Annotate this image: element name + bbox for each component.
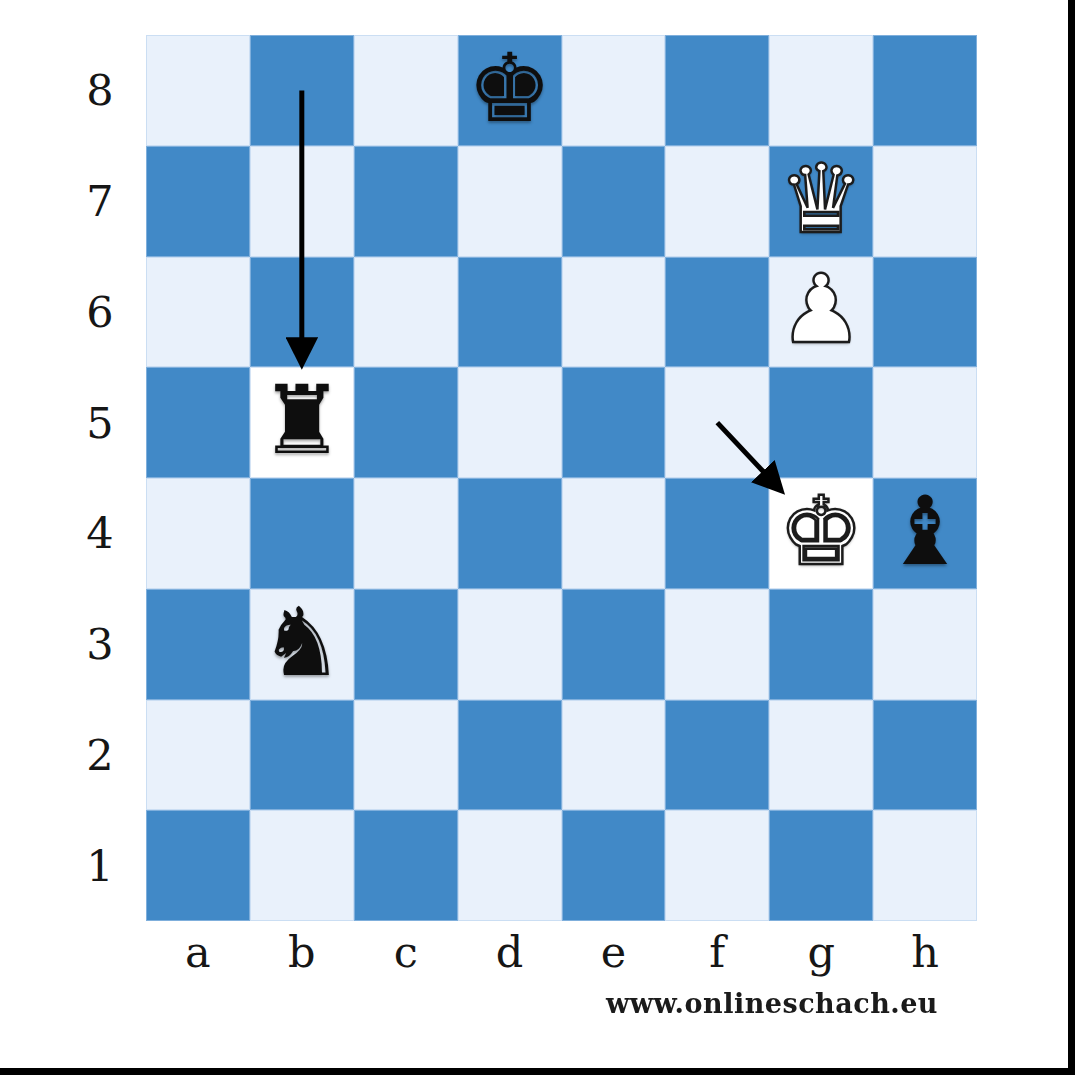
square-e4[interactable] [562, 478, 666, 589]
square-a1[interactable] [146, 810, 250, 921]
square-d1[interactable] [458, 810, 562, 921]
file-label-b: b [250, 923, 354, 981]
square-b4[interactable] [250, 478, 354, 589]
file-label-e: e [562, 923, 666, 981]
square-d7[interactable] [458, 146, 562, 257]
square-b2[interactable] [250, 700, 354, 811]
rank-label-2: 2 [70, 700, 130, 811]
chess-board: ♚♛♟♜♚♝♞ [146, 35, 977, 921]
square-g5[interactable] [769, 367, 873, 478]
square-f2[interactable] [665, 700, 769, 811]
square-f7[interactable] [665, 146, 769, 257]
square-c7[interactable] [354, 146, 458, 257]
square-g4[interactable]: ♚ [769, 478, 873, 589]
rank-label-1: 1 [70, 810, 130, 921]
square-f6[interactable] [665, 257, 769, 368]
square-g1[interactable] [769, 810, 873, 921]
square-f3[interactable] [665, 589, 769, 700]
square-a7[interactable] [146, 146, 250, 257]
file-label-a: a [146, 923, 250, 981]
square-d4[interactable] [458, 478, 562, 589]
square-e3[interactable] [562, 589, 666, 700]
file-label-d: d [458, 923, 562, 981]
square-a5[interactable] [146, 367, 250, 478]
square-f8[interactable] [665, 35, 769, 146]
square-a6[interactable] [146, 257, 250, 368]
black-king-d8[interactable]: ♚ [467, 41, 552, 136]
square-f5[interactable] [665, 367, 769, 478]
square-g7[interactable]: ♛ [769, 146, 873, 257]
rank-labels: 87654321 [70, 35, 130, 921]
square-d8[interactable]: ♚ [458, 35, 562, 146]
square-h1[interactable] [873, 810, 977, 921]
rank-label-5: 5 [70, 367, 130, 478]
square-g3[interactable] [769, 589, 873, 700]
square-c2[interactable] [354, 700, 458, 811]
white-pawn-g6[interactable]: ♟ [779, 262, 864, 357]
white-queen-g7[interactable]: ♛ [779, 152, 864, 247]
square-d2[interactable] [458, 700, 562, 811]
file-label-g: g [769, 923, 873, 981]
rank-label-8: 8 [70, 35, 130, 146]
rank-label-6: 6 [70, 257, 130, 368]
square-d6[interactable] [458, 257, 562, 368]
square-e1[interactable] [562, 810, 666, 921]
square-b5[interactable]: ♜ [250, 367, 354, 478]
square-h8[interactable] [873, 35, 977, 146]
square-a2[interactable] [146, 700, 250, 811]
square-c6[interactable] [354, 257, 458, 368]
rank-label-3: 3 [70, 589, 130, 700]
watermark-text: www.onlineschach.eu [606, 988, 938, 1019]
square-b8[interactable] [250, 35, 354, 146]
square-c4[interactable] [354, 478, 458, 589]
square-e6[interactable] [562, 257, 666, 368]
square-h7[interactable] [873, 146, 977, 257]
square-h4[interactable]: ♝ [873, 478, 977, 589]
square-g2[interactable] [769, 700, 873, 811]
square-g8[interactable] [769, 35, 873, 146]
square-h6[interactable] [873, 257, 977, 368]
square-f4[interactable] [665, 478, 769, 589]
square-a4[interactable] [146, 478, 250, 589]
square-d3[interactable] [458, 589, 562, 700]
chess-diagram-page: 87654321 ♚♛♟♜♚♝♞ abcdefgh www.onlinescha… [0, 0, 1075, 1075]
square-c5[interactable] [354, 367, 458, 478]
square-f1[interactable] [665, 810, 769, 921]
rank-label-7: 7 [70, 146, 130, 257]
square-e8[interactable] [562, 35, 666, 146]
square-a3[interactable] [146, 589, 250, 700]
black-rook-b5[interactable]: ♜ [259, 373, 344, 468]
white-king-g4[interactable]: ♚ [779, 484, 864, 579]
square-h5[interactable] [873, 367, 977, 478]
square-e7[interactable] [562, 146, 666, 257]
square-b6[interactable] [250, 257, 354, 368]
black-knight-b3[interactable]: ♞ [259, 595, 344, 690]
square-h3[interactable] [873, 589, 977, 700]
square-d5[interactable] [458, 367, 562, 478]
square-g6[interactable]: ♟ [769, 257, 873, 368]
square-c8[interactable] [354, 35, 458, 146]
black-bishop-h4[interactable]: ♝ [882, 484, 967, 579]
file-label-c: c [354, 923, 458, 981]
rank-label-4: 4 [70, 478, 130, 589]
square-b7[interactable] [250, 146, 354, 257]
square-c3[interactable] [354, 589, 458, 700]
square-h2[interactable] [873, 700, 977, 811]
square-e2[interactable] [562, 700, 666, 811]
square-c1[interactable] [354, 810, 458, 921]
square-e5[interactable] [562, 367, 666, 478]
square-b3[interactable]: ♞ [250, 589, 354, 700]
square-b1[interactable] [250, 810, 354, 921]
file-label-f: f [665, 923, 769, 981]
file-labels: abcdefgh [146, 923, 977, 981]
file-label-h: h [873, 923, 977, 981]
square-a8[interactable] [146, 35, 250, 146]
